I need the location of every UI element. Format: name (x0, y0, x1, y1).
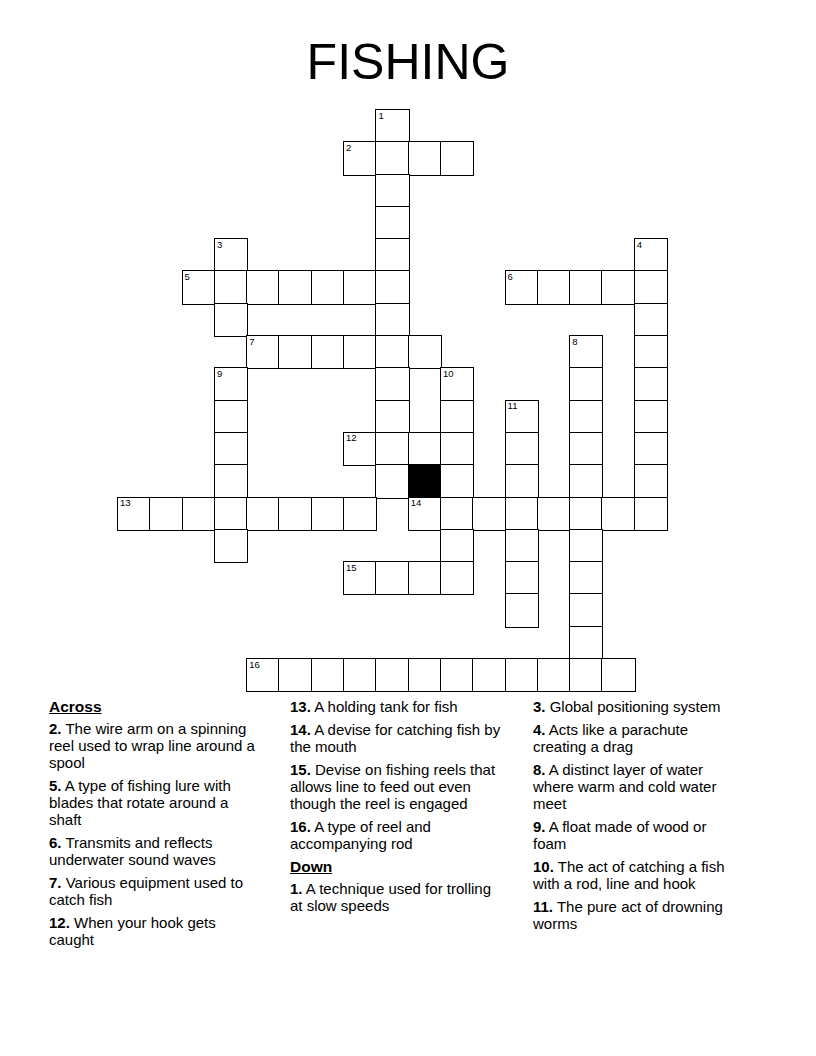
clue-across-2: 2. The wire arm on a spinning reel used … (49, 720, 255, 771)
grid-cell-r14c10[interactable] (441, 562, 473, 594)
grid-cell-r12c9[interactable]: 14 (409, 498, 441, 530)
grid-cell-r5c8[interactable] (376, 271, 408, 303)
grid-cell-r13c14[interactable] (570, 530, 602, 562)
cell-number-3: 3 (217, 240, 222, 250)
grid-cell-r5c7[interactable] (344, 271, 376, 303)
grid-cell-r7c9[interactable] (409, 336, 441, 368)
grid-cell-r12c15[interactable] (602, 498, 634, 530)
grid-cell-r12c3[interactable] (215, 498, 247, 530)
grid-cell-r7c8[interactable] (376, 336, 408, 368)
crossword-worksheet-page: { "game": "crossword", "title": "FISHING… (0, 0, 816, 1056)
grid-cell-r17c15[interactable] (602, 659, 634, 691)
grid-cell-r14c8[interactable] (376, 562, 408, 594)
clue-number: 5. (49, 777, 62, 794)
grid-cell-r17c8[interactable] (376, 659, 408, 691)
grid-cell-r7c14[interactable]: 8 (570, 336, 602, 368)
clue-number: 10. (533, 858, 554, 875)
grid-cell-r12c11[interactable] (473, 498, 505, 530)
grid-cell-r8c10[interactable]: 10 (441, 368, 473, 400)
clue-column-3: 3. Global positioning system4. Acts like… (533, 698, 741, 938)
cell-number-4: 4 (637, 240, 642, 250)
grid-cell-r10c8[interactable] (376, 433, 408, 465)
grid-cell-r5c15[interactable] (602, 271, 634, 303)
cell-number-1: 1 (378, 111, 383, 121)
clue-across-5: 5. A type of fishing lure with blades th… (49, 777, 255, 828)
cell-number-7: 7 (249, 337, 254, 347)
grid-cell-r13c3[interactable] (215, 530, 247, 562)
grid-cell-r17c10[interactable] (441, 659, 473, 691)
grid-cell-r8c3[interactable]: 9 (215, 368, 247, 400)
clue-number: 8. (533, 761, 546, 778)
grid-cell-r17c11[interactable] (473, 659, 505, 691)
clue-number: 16. (290, 818, 311, 835)
clue-down-3: 3. Global positioning system (533, 698, 741, 715)
grid-cell-r9c10[interactable] (441, 401, 473, 433)
clue-across-15: 15. Devise on fishing reels that allows … (290, 761, 506, 812)
clue-number: 3. (533, 698, 546, 715)
grid-cell-r10c14[interactable] (570, 433, 602, 465)
clue-column-1: Across2. The wire arm on a spinning reel… (49, 698, 255, 954)
grid-cell-r8c16[interactable] (635, 368, 667, 400)
grid-cell-r14c14[interactable] (570, 562, 602, 594)
grid-cell-r12c6[interactable] (312, 498, 344, 530)
grid-cell-r12c2[interactable] (183, 498, 215, 530)
grid-cell-r9c14[interactable] (570, 401, 602, 433)
cell-number-5: 5 (185, 272, 190, 282)
clue-across-6: 6. Transmits and reflects underwater sou… (49, 834, 255, 868)
clue-number: 6. (49, 834, 62, 851)
clue-across-12: 12. When your hook gets caught (49, 914, 255, 948)
black-cell (409, 465, 441, 497)
grid-cell-r7c16[interactable] (635, 336, 667, 368)
grid-cell-r17c4[interactable]: 16 (247, 659, 279, 691)
grid-cell-r1c9[interactable] (409, 142, 441, 174)
clue-down-9: 9. A float made of wood or foam (533, 818, 741, 852)
grid-cell-r10c7[interactable]: 12 (344, 433, 376, 465)
grid-cell-r17c14[interactable] (570, 659, 602, 691)
crossword-grid: 12345678910111213141516 (118, 110, 667, 691)
grid-cell-r7c5[interactable] (279, 336, 311, 368)
grid-cell-r4c8[interactable] (376, 239, 408, 271)
grid-cell-r13c12[interactable] (506, 530, 538, 562)
grid-cell-r12c5[interactable] (279, 498, 311, 530)
grid-cell-r5c4[interactable] (247, 271, 279, 303)
grid-cell-r5c12[interactable]: 6 (506, 271, 538, 303)
clue-across-7: 7. Various equipment used to catch fish (49, 874, 255, 908)
cell-number-16: 16 (249, 660, 260, 670)
grid-cell-r12c7[interactable] (344, 498, 376, 530)
clue-down-8: 8. A distinct layer of water where warm … (533, 761, 741, 812)
grid-cell-r12c14[interactable] (570, 498, 602, 530)
grid-cell-r14c7[interactable]: 15 (344, 562, 376, 594)
grid-cell-r11c12[interactable] (506, 465, 538, 497)
grid-cell-r4c3[interactable]: 3 (215, 239, 247, 271)
grid-cell-r9c16[interactable] (635, 401, 667, 433)
cell-number-11: 11 (508, 401, 518, 411)
clue-down-1: 1. A technique used for trolling at slow… (290, 880, 506, 914)
grid-cell-r11c3[interactable] (215, 465, 247, 497)
cell-number-2: 2 (346, 143, 351, 153)
grid-cell-r11c8[interactable] (376, 465, 408, 497)
grid-cell-r3c8[interactable] (376, 207, 408, 239)
cell-number-12: 12 (346, 433, 357, 443)
cell-number-8: 8 (572, 337, 577, 347)
cell-number-6: 6 (508, 272, 513, 282)
grid-cell-r5c3[interactable] (215, 271, 247, 303)
clue-number: 13. (290, 698, 311, 715)
grid-cell-r10c3[interactable] (215, 433, 247, 465)
grid-cell-r6c16[interactable] (635, 304, 667, 336)
cell-number-14: 14 (411, 498, 422, 508)
grid-cell-r1c7[interactable]: 2 (344, 142, 376, 174)
clue-number: 1. (290, 880, 303, 897)
grid-cell-r6c3[interactable] (215, 304, 247, 336)
grid-cell-r9c8[interactable] (376, 401, 408, 433)
grid-cell-r11c14[interactable] (570, 465, 602, 497)
grid-cell-r1c10[interactable] (441, 142, 473, 174)
clue-number: 15. (290, 761, 311, 778)
grid-cell-r12c16[interactable] (635, 498, 667, 530)
grid-cell-r14c9[interactable] (409, 562, 441, 594)
grid-cell-r6c8[interactable] (376, 304, 408, 336)
clue-number: 12. (49, 914, 70, 931)
grid-cell-r17c12[interactable] (506, 659, 538, 691)
grid-cell-r10c16[interactable] (635, 433, 667, 465)
grid-cell-r12c0[interactable]: 13 (118, 498, 150, 530)
grid-cell-r11c16[interactable] (635, 465, 667, 497)
grid-cell-r15c14[interactable] (570, 594, 602, 626)
grid-cell-r12c12[interactable] (506, 498, 538, 530)
clue-down-4: 4. Acts like a parachute creating a drag (533, 721, 741, 755)
cell-number-15: 15 (346, 563, 357, 573)
grid-cell-r17c9[interactable] (409, 659, 441, 691)
clue-across-13: 13. A holding tank for fish (290, 698, 506, 715)
grid-cell-r5c2[interactable]: 5 (183, 271, 215, 303)
clue-number: 7. (49, 874, 62, 891)
grid-cell-r7c6[interactable] (312, 336, 344, 368)
grid-cell-r17c7[interactable] (344, 659, 376, 691)
down-heading: Down (290, 858, 506, 875)
cell-number-10: 10 (443, 369, 454, 379)
clue-down-11: 11. The pure act of drowning worms (533, 898, 741, 932)
grid-cell-r14c12[interactable] (506, 562, 538, 594)
grid-cell-r5c6[interactable] (312, 271, 344, 303)
grid-cell-r8c8[interactable] (376, 368, 408, 400)
grid-cell-r0c8[interactable]: 1 (376, 110, 408, 142)
grid-cell-r1c8[interactable] (376, 142, 408, 174)
clue-number: 14. (290, 721, 311, 738)
clue-across-14: 14. A devise for catching fish by the mo… (290, 721, 506, 755)
grid-cell-r10c10[interactable] (441, 433, 473, 465)
clue-column-2: 13. A holding tank for fish14. A devise … (290, 698, 506, 920)
grid-cell-r12c13[interactable] (538, 498, 570, 530)
clue-across-16: 16. A type of reel and accompanying rod (290, 818, 506, 852)
grid-cell-r8c14[interactable] (570, 368, 602, 400)
grid-cell-r12c1[interactable] (150, 498, 182, 530)
grid-cell-r12c4[interactable] (247, 498, 279, 530)
grid-cell-r16c14[interactable] (570, 627, 602, 659)
grid-cell-r10c12[interactable] (506, 433, 538, 465)
grid-cell-r12c10[interactable] (441, 498, 473, 530)
grid-cell-r15c12[interactable] (506, 594, 538, 626)
grid-cell-r5c16[interactable] (635, 271, 667, 303)
grid-cell-r4c16[interactable]: 4 (635, 239, 667, 271)
grid-cell-r7c7[interactable] (344, 336, 376, 368)
cell-number-9: 9 (217, 369, 222, 379)
clue-number: 9. (533, 818, 546, 835)
clue-number: 2. (49, 720, 62, 737)
grid-cell-r17c13[interactable] (538, 659, 570, 691)
puzzle-title: FISHING (0, 36, 816, 88)
grid-cell-r2c8[interactable] (376, 175, 408, 207)
grid-cell-r10c9[interactable] (409, 433, 441, 465)
clue-down-10: 10. The act of catching a fish with a ro… (533, 858, 741, 892)
grid-cell-r17c5[interactable] (279, 659, 311, 691)
clue-number: 4. (533, 721, 546, 738)
grid-cell-r9c12[interactable]: 11 (506, 401, 538, 433)
clue-number: 11. (533, 898, 553, 915)
grid-cell-r5c13[interactable] (538, 271, 570, 303)
grid-cell-r5c14[interactable] (570, 271, 602, 303)
grid-cell-r11c10[interactable] (441, 465, 473, 497)
grid-cell-r5c5[interactable] (279, 271, 311, 303)
grid-cell-r7c4[interactable]: 7 (247, 336, 279, 368)
across-heading: Across (49, 698, 255, 715)
cell-number-13: 13 (120, 498, 131, 508)
grid-cell-r9c3[interactable] (215, 401, 247, 433)
grid-cell-r13c10[interactable] (441, 530, 473, 562)
grid-cell-r17c6[interactable] (312, 659, 344, 691)
